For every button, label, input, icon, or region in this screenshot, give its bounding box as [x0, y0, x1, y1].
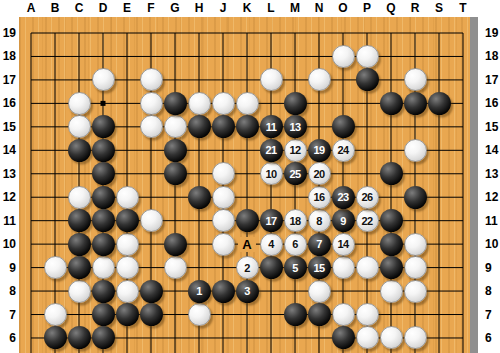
stone-white-C15[interactable] — [68, 115, 91, 138]
stone-black-Q9[interactable] — [380, 256, 403, 279]
stone-white-F16[interactable] — [140, 92, 163, 115]
row-label-left-11: 11 — [0, 213, 16, 229]
stone-white-C8[interactable] — [68, 280, 91, 303]
stone-black-C6[interactable] — [68, 326, 91, 349]
stone-black-N14[interactable]: 19 — [308, 139, 331, 162]
row-label-left-13: 13 — [0, 166, 16, 182]
stone-white-L10[interactable]: 4 — [260, 233, 283, 256]
col-label-G: G — [170, 0, 179, 16]
stone-white-N17[interactable] — [308, 68, 331, 91]
stone-white-B7[interactable] — [44, 303, 67, 326]
stone-black-C11[interactable] — [68, 209, 91, 232]
stone-black-G16[interactable] — [164, 92, 187, 115]
row-label-left-9: 9 — [0, 260, 16, 276]
col-label-B: B — [51, 0, 60, 16]
stone-black-F7[interactable] — [140, 303, 163, 326]
stone-white-J10[interactable] — [212, 233, 235, 256]
stone-black-D8[interactable] — [92, 280, 115, 303]
col-label-K: K — [243, 0, 252, 16]
stone-black-O15[interactable] — [332, 115, 355, 138]
stone-black-M15[interactable]: 13 — [284, 115, 307, 138]
col-label-R: R — [411, 0, 420, 16]
col-label-D: D — [99, 0, 108, 16]
stone-black-C9[interactable] — [68, 256, 91, 279]
col-label-A: A — [27, 0, 36, 16]
col-label-L: L — [267, 0, 274, 16]
col-label-N: N — [315, 0, 324, 16]
stone-white-N12[interactable]: 16 — [308, 186, 331, 209]
stone-black-R16[interactable] — [404, 92, 427, 115]
stone-white-F17[interactable] — [140, 68, 163, 91]
stone-white-L13[interactable]: 10 — [260, 162, 283, 185]
stone-white-M14[interactable]: 12 — [284, 139, 307, 162]
stone-white-E8[interactable] — [116, 280, 139, 303]
stone-white-R17[interactable] — [404, 68, 427, 91]
stone-black-S16[interactable] — [428, 92, 451, 115]
stone-black-O12[interactable]: 23 — [332, 186, 355, 209]
stone-black-J8[interactable] — [212, 280, 235, 303]
stone-black-R12[interactable] — [404, 186, 427, 209]
stone-black-B6[interactable] — [44, 326, 67, 349]
stone-white-N11[interactable]: 8 — [308, 209, 331, 232]
stone-black-K8[interactable]: 3 — [236, 280, 259, 303]
stone-white-K16[interactable] — [236, 92, 259, 115]
stone-black-M13[interactable]: 25 — [284, 162, 307, 185]
stone-black-G10[interactable] — [164, 233, 187, 256]
stone-black-P17[interactable] — [356, 68, 379, 91]
row-label-left-10: 10 — [0, 236, 16, 252]
row-label-left-17: 17 — [0, 72, 16, 88]
stone-black-D6[interactable] — [92, 326, 115, 349]
stone-black-O11[interactable]: 9 — [332, 209, 355, 232]
stone-black-N9[interactable]: 15 — [308, 256, 331, 279]
col-label-C: C — [75, 0, 84, 16]
row-label-right-11: 11 — [485, 213, 498, 229]
stone-white-R14[interactable] — [404, 139, 427, 162]
stone-black-L11[interactable]: 17 — [260, 209, 283, 232]
stone-white-O18[interactable] — [332, 45, 355, 68]
col-label-M: M — [290, 0, 300, 16]
stone-white-O7[interactable] — [332, 303, 355, 326]
stone-white-F11[interactable] — [140, 209, 163, 232]
stone-black-M7[interactable] — [284, 303, 307, 326]
col-label-J: J — [220, 0, 227, 16]
stone-black-L14[interactable]: 21 — [260, 139, 283, 162]
row-label-left-7: 7 — [0, 307, 16, 323]
stone-white-G9[interactable] — [164, 256, 187, 279]
row-label-left-8: 8 — [0, 283, 16, 299]
stone-white-P18[interactable] — [356, 45, 379, 68]
row-label-left-16: 16 — [0, 95, 16, 111]
stone-white-R8[interactable] — [404, 280, 427, 303]
stone-white-N13[interactable]: 20 — [308, 162, 331, 185]
stone-black-Q13[interactable] — [380, 162, 403, 185]
stone-black-C10[interactable] — [68, 233, 91, 256]
row-label-right-16: 16 — [485, 95, 498, 111]
row-label-left-19: 19 — [0, 25, 16, 41]
stone-black-E7[interactable] — [116, 303, 139, 326]
stone-white-B9[interactable] — [44, 256, 67, 279]
row-label-right-17: 17 — [485, 72, 498, 88]
col-label-T: T — [459, 0, 466, 16]
stone-black-J15[interactable] — [212, 115, 235, 138]
row-label-left-14: 14 — [0, 142, 16, 158]
row-label-right-15: 15 — [485, 119, 498, 135]
stone-black-O6[interactable] — [332, 326, 355, 349]
stone-black-D14[interactable] — [92, 139, 115, 162]
col-label-F: F — [147, 0, 154, 16]
stone-black-K15[interactable] — [236, 115, 259, 138]
stone-white-F15[interactable] — [140, 115, 163, 138]
stone-white-K9[interactable]: 2 — [236, 256, 259, 279]
stone-white-E12[interactable] — [116, 186, 139, 209]
row-label-right-13: 13 — [485, 166, 498, 182]
stone-white-H16[interactable] — [188, 92, 211, 115]
stone-white-D9[interactable] — [92, 256, 115, 279]
stone-white-R6[interactable] — [404, 326, 427, 349]
stone-black-E11[interactable] — [116, 209, 139, 232]
stone-white-J13[interactable] — [212, 162, 235, 185]
stone-black-N7[interactable] — [308, 303, 331, 326]
stone-black-D12[interactable] — [92, 186, 115, 209]
stone-black-C14[interactable] — [68, 139, 91, 162]
stone-white-L17[interactable] — [260, 68, 283, 91]
stone-black-D13[interactable] — [92, 162, 115, 185]
stone-black-G14[interactable] — [164, 139, 187, 162]
row-label-right-12: 12 — [485, 189, 498, 205]
col-label-Q: Q — [386, 0, 395, 16]
row-label-right-7: 7 — [485, 307, 492, 323]
stone-black-L15[interactable]: 11 — [260, 115, 283, 138]
row-label-right-19: 19 — [485, 25, 498, 41]
stone-white-N8[interactable] — [308, 280, 331, 303]
row-label-right-10: 10 — [485, 236, 498, 252]
stone-white-J12[interactable] — [212, 186, 235, 209]
stone-white-E10[interactable] — [116, 233, 139, 256]
row-label-left-6: 6 — [0, 330, 16, 346]
stone-black-K11[interactable] — [236, 209, 259, 232]
stone-black-M9[interactable]: 5 — [284, 256, 307, 279]
stone-black-H15[interactable] — [188, 115, 211, 138]
stone-black-D7[interactable] — [92, 303, 115, 326]
stone-white-P11[interactable]: 22 — [356, 209, 379, 232]
stone-black-N10[interactable]: 7 — [308, 233, 331, 256]
col-label-P: P — [363, 0, 371, 16]
stone-black-D11[interactable] — [92, 209, 115, 232]
col-label-H: H — [195, 0, 204, 16]
stone-white-C16[interactable] — [68, 92, 91, 115]
stone-white-M10[interactable]: 6 — [284, 233, 307, 256]
stone-white-O9[interactable] — [332, 256, 355, 279]
row-label-right-14: 14 — [485, 142, 498, 158]
stone-white-Q6[interactable] — [380, 326, 403, 349]
stone-black-Q16[interactable] — [380, 92, 403, 115]
row-label-right-9: 9 — [485, 260, 492, 276]
stone-black-M16[interactable] — [284, 92, 307, 115]
row-label-left-15: 15 — [0, 119, 16, 135]
stone-white-E9[interactable] — [116, 256, 139, 279]
row-label-left-18: 18 — [0, 48, 16, 64]
stone-white-R9[interactable] — [404, 256, 427, 279]
stone-white-P12[interactable]: 26 — [356, 186, 379, 209]
stone-white-O10[interactable]: 14 — [332, 233, 355, 256]
star-point-D16 — [101, 101, 106, 106]
stone-black-D15[interactable] — [92, 115, 115, 138]
stone-white-G15[interactable] — [164, 115, 187, 138]
point-label-A-K10[interactable]: A — [238, 237, 256, 252]
stone-black-D10[interactable] — [92, 233, 115, 256]
stone-white-R10[interactable] — [404, 233, 427, 256]
go-game-screenshot: ABCDEFGHJKLMNOPQRST 19181716151413121110… — [0, 0, 500, 353]
col-label-O: O — [338, 0, 347, 16]
stone-white-M11[interactable]: 18 — [284, 209, 307, 232]
stone-white-P9[interactable] — [356, 256, 379, 279]
stone-white-H7[interactable] — [188, 303, 211, 326]
stone-black-H12[interactable] — [188, 186, 211, 209]
col-label-S: S — [435, 0, 443, 16]
stone-black-L9[interactable] — [260, 256, 283, 279]
stone-white-P6[interactable] — [356, 326, 379, 349]
stone-white-C12[interactable] — [68, 186, 91, 209]
stone-black-G13[interactable] — [164, 162, 187, 185]
stone-white-D17[interactable] — [92, 68, 115, 91]
stone-white-J11[interactable] — [212, 209, 235, 232]
row-label-left-12: 12 — [0, 189, 16, 205]
stone-white-O14[interactable]: 24 — [332, 139, 355, 162]
stone-black-Q11[interactable] — [380, 209, 403, 232]
stone-white-P7[interactable] — [356, 303, 379, 326]
row-label-right-18: 18 — [485, 48, 498, 64]
row-label-right-6: 6 — [485, 330, 492, 346]
stone-black-Q10[interactable] — [380, 233, 403, 256]
stone-white-Q8[interactable] — [380, 280, 403, 303]
col-label-E: E — [123, 0, 131, 16]
stone-white-J16[interactable] — [212, 92, 235, 115]
stone-black-F8[interactable] — [140, 280, 163, 303]
stone-black-H8[interactable]: 1 — [188, 280, 211, 303]
row-label-right-8: 8 — [485, 283, 492, 299]
